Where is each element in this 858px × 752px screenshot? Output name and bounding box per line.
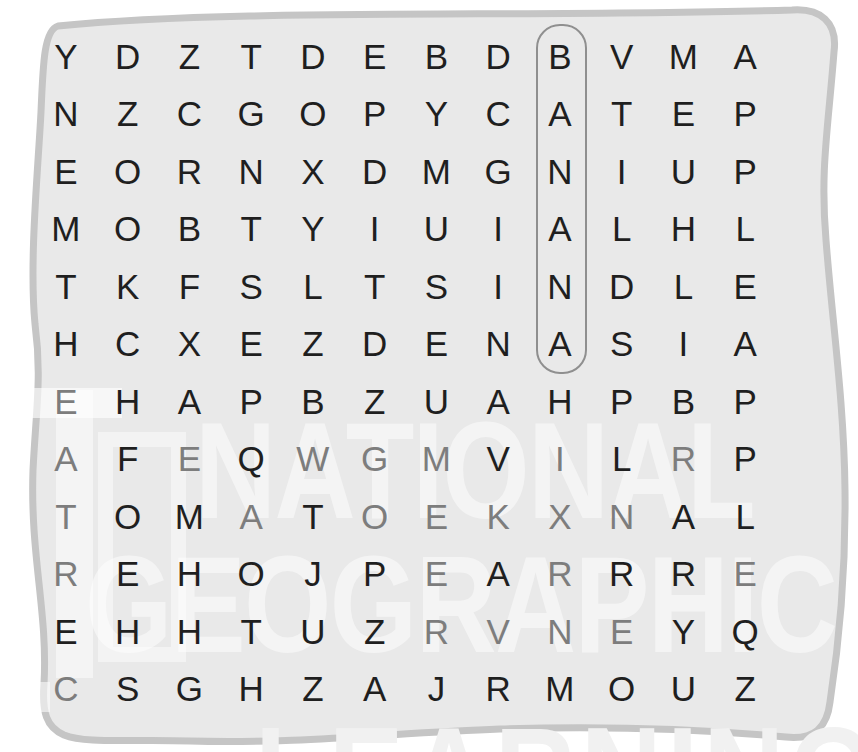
grid-cell-r12c9[interactable]: M [529, 661, 591, 719]
grid-cell-r11c2[interactable]: H [97, 603, 159, 661]
grid-cell-r3c5[interactable]: X [282, 143, 344, 201]
grid-cell-r11c11[interactable]: Y [653, 603, 715, 661]
grid-cell-r7c9[interactable]: H [529, 373, 591, 431]
grid-cell-r12c1[interactable]: C [35, 661, 97, 719]
grid-cell-r6c3[interactable]: X [159, 316, 221, 374]
grid-cell-r7c3[interactable]: A [159, 373, 221, 431]
grid-cell-r3c2[interactable]: O [97, 143, 159, 201]
grid-cell-r6c1[interactable]: H [35, 316, 97, 374]
grid-cell-r11c7[interactable]: R [406, 603, 468, 661]
grid-cell-r7c10[interactable]: P [591, 373, 653, 431]
grid-cell-r6c6[interactable]: D [344, 316, 406, 374]
grid-cell-r8c2[interactable]: F [97, 431, 159, 489]
grid-cell-r7c1[interactable]: E [35, 373, 97, 431]
grid-cell-r11c1[interactable]: E [35, 603, 97, 661]
grid-cell-r2c1[interactable]: N [35, 86, 97, 144]
grid-cell-r1c1[interactable]: Y [35, 28, 97, 86]
grid-cell-r1c8[interactable]: D [467, 28, 529, 86]
grid-cell-r7c8[interactable]: A [467, 373, 529, 431]
grid-cell-r8c9[interactable]: I [529, 431, 591, 489]
grid-cell-r6c8[interactable]: N [467, 316, 529, 374]
grid-cell-r8c11[interactable]: R [653, 431, 715, 489]
grid-cell-r5c12[interactable]: E [714, 258, 776, 316]
grid-cell-r9c12[interactable]: L [714, 488, 776, 546]
grid-cell-r3c8[interactable]: G [467, 143, 529, 201]
grid-cell-r5c10[interactable]: D [591, 258, 653, 316]
grid-cell-r12c4[interactable]: H [220, 661, 282, 719]
grid-cell-r12c5[interactable]: Z [282, 661, 344, 719]
grid-cell-r6c7[interactable]: E [406, 316, 468, 374]
grid-cell-r6c10[interactable]: S [591, 316, 653, 374]
grid-cell-r7c2[interactable]: H [97, 373, 159, 431]
grid-cell-r12c8[interactable]: R [467, 661, 529, 719]
grid-cell-r2c2[interactable]: Z [97, 86, 159, 144]
grid-cell-r2c4[interactable]: G [220, 86, 282, 144]
grid-cell-r3c12[interactable]: P [714, 143, 776, 201]
grid-cell-r3c6[interactable]: D [344, 143, 406, 201]
grid-cell-r10c2[interactable]: E [97, 546, 159, 604]
grid-cell-r2c11[interactable]: E [653, 86, 715, 144]
grid-cell-r7c7[interactable]: U [406, 373, 468, 431]
grid-cell-r3c11[interactable]: U [653, 143, 715, 201]
grid-cell-r8c5[interactable]: W [282, 431, 344, 489]
grid-cell-r1c4[interactable]: T [220, 28, 282, 86]
grid-cell-r2c5[interactable]: O [282, 86, 344, 144]
grid-cell-r4c2[interactable]: O [97, 201, 159, 259]
grid-cell-r4c11[interactable]: H [653, 201, 715, 259]
grid-cell-r2c7[interactable]: Y [406, 86, 468, 144]
grid-cell-r6c4[interactable]: E [220, 316, 282, 374]
grid-cell-r9c9[interactable]: X [529, 488, 591, 546]
grid-cell-r8c4[interactable]: Q [220, 431, 282, 489]
grid-cell-r8c7[interactable]: M [406, 431, 468, 489]
grid-cell-r9c10[interactable]: N [591, 488, 653, 546]
word-search-board: NATIONAL GEOGRAPHIC LEARNING YDZTDEBDBVM… [0, 0, 858, 752]
grid-cell-r9c5[interactable]: T [282, 488, 344, 546]
grid-cell-r12c7[interactable]: J [406, 661, 468, 719]
grid-cell-r3c10[interactable]: I [591, 143, 653, 201]
grid-cell-r11c8[interactable]: V [467, 603, 529, 661]
grid-cell-r10c6[interactable]: P [344, 546, 406, 604]
grid-cell-r10c3[interactable]: H [159, 546, 221, 604]
grid-cell-r9c8[interactable]: K [467, 488, 529, 546]
grid-cell-r10c7[interactable]: E [406, 546, 468, 604]
grid-cell-r10c10[interactable]: R [591, 546, 653, 604]
grid-cell-r9c1[interactable]: T [35, 488, 97, 546]
grid-cell-r4c10[interactable]: L [591, 201, 653, 259]
grid-cell-r12c12[interactable]: Z [714, 661, 776, 719]
grid-cell-r2c6[interactable]: P [344, 86, 406, 144]
grid-cell-r4c6[interactable]: I [344, 201, 406, 259]
grid-cell-r11c6[interactable]: Z [344, 603, 406, 661]
grid-cell-r4c8[interactable]: I [467, 201, 529, 259]
grid-cell-r7c5[interactable]: B [282, 373, 344, 431]
grid-cell-r2c12[interactable]: P [714, 86, 776, 144]
grid-cell-r10c5[interactable]: J [282, 546, 344, 604]
grid-cell-r6c5[interactable]: Z [282, 316, 344, 374]
grid-cell-r5c8[interactable]: I [467, 258, 529, 316]
grid-cell-r1c12[interactable]: A [714, 28, 776, 86]
grid-cell-r9c3[interactable]: M [159, 488, 221, 546]
grid-cell-r1c3[interactable]: Z [159, 28, 221, 86]
grid-cell-r3c3[interactable]: R [159, 143, 221, 201]
grid-cell-r9c6[interactable]: O [344, 488, 406, 546]
grid-cell-r10c9[interactable]: R [529, 546, 591, 604]
grid-cell-r10c12[interactable]: E [714, 546, 776, 604]
grid-cell-r6c2[interactable]: C [97, 316, 159, 374]
grid-cell-r7c4[interactable]: P [220, 373, 282, 431]
grid-cell-r4c1[interactable]: M [35, 201, 97, 259]
grid-cell-r11c3[interactable]: H [159, 603, 221, 661]
grid-cell-r1c7[interactable]: B [406, 28, 468, 86]
grid-cell-r12c10[interactable]: O [591, 661, 653, 719]
grid-cell-r5c3[interactable]: F [159, 258, 221, 316]
grid-cell-r3c4[interactable]: N [220, 143, 282, 201]
grid-cell-r4c5[interactable]: Y [282, 201, 344, 259]
letter-grid: YDZTDEBDBVMANZCGOPYCATEPEORNXDMGNIUPMOBT… [35, 28, 776, 718]
grid-cell-r7c6[interactable]: Z [344, 373, 406, 431]
grid-cell-r11c10[interactable]: E [591, 603, 653, 661]
grid-cell-r11c5[interactable]: U [282, 603, 344, 661]
grid-cell-r6c11[interactable]: I [653, 316, 715, 374]
grid-cell-r8c1[interactable]: A [35, 431, 97, 489]
grid-cell-r5c2[interactable]: K [97, 258, 159, 316]
grid-cell-r2c10[interactable]: T [591, 86, 653, 144]
grid-cell-r10c8[interactable]: A [467, 546, 529, 604]
grid-cell-r1c11[interactable]: M [653, 28, 715, 86]
grid-cell-r12c2[interactable]: S [97, 661, 159, 719]
grid-cell-r5c5[interactable]: L [282, 258, 344, 316]
grid-cell-r9c4[interactable]: A [220, 488, 282, 546]
grid-cell-r1c6[interactable]: E [344, 28, 406, 86]
grid-cell-r11c9[interactable]: N [529, 603, 591, 661]
grid-cell-r8c10[interactable]: L [591, 431, 653, 489]
grid-cell-r9c7[interactable]: E [406, 488, 468, 546]
circled-word-banana [536, 24, 587, 375]
grid-cell-r5c1[interactable]: T [35, 258, 97, 316]
grid-cell-r8c12[interactable]: P [714, 431, 776, 489]
grid-cell-r4c4[interactable]: T [220, 201, 282, 259]
grid-cell-r8c6[interactable]: G [344, 431, 406, 489]
grid-cell-r11c4[interactable]: T [220, 603, 282, 661]
grid-cell-r1c10[interactable]: V [591, 28, 653, 86]
grid-cell-r12c6[interactable]: A [344, 661, 406, 719]
grid-cell-r4c12[interactable]: L [714, 201, 776, 259]
grid-cell-r7c11[interactable]: B [653, 373, 715, 431]
grid-cell-r2c8[interactable]: C [467, 86, 529, 144]
grid-cell-r8c8[interactable]: V [467, 431, 529, 489]
grid-cell-r1c2[interactable]: D [97, 28, 159, 86]
grid-cell-r10c4[interactable]: O [220, 546, 282, 604]
grid-cell-r5c4[interactable]: S [220, 258, 282, 316]
grid-cell-r6c12[interactable]: A [714, 316, 776, 374]
grid-cell-r2c3[interactable]: C [159, 86, 221, 144]
grid-cell-r12c3[interactable]: G [159, 661, 221, 719]
grid-cell-r3c1[interactable]: E [35, 143, 97, 201]
grid-cell-r10c11[interactable]: R [653, 546, 715, 604]
grid-cell-r12c11[interactable]: U [653, 661, 715, 719]
grid-cell-r5c7[interactable]: S [406, 258, 468, 316]
grid-cell-r3c7[interactable]: M [406, 143, 468, 201]
grid-cell-r11c12[interactable]: Q [714, 603, 776, 661]
grid-cell-r8c3[interactable]: E [159, 431, 221, 489]
grid-cell-r4c7[interactable]: U [406, 201, 468, 259]
grid-cell-r9c2[interactable]: O [97, 488, 159, 546]
grid-cell-r1c5[interactable]: D [282, 28, 344, 86]
grid-cell-r7c12[interactable]: P [714, 373, 776, 431]
grid-cell-r10c1[interactable]: R [35, 546, 97, 604]
grid-cell-r5c6[interactable]: T [344, 258, 406, 316]
grid-cell-r4c3[interactable]: B [159, 201, 221, 259]
grid-cell-r5c11[interactable]: L [653, 258, 715, 316]
grid-cell-r9c11[interactable]: A [653, 488, 715, 546]
